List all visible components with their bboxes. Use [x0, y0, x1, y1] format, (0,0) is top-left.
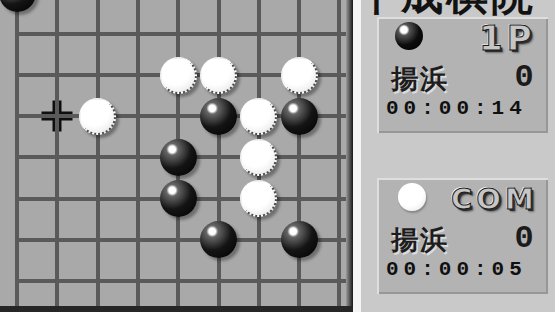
grid-line-vertical — [55, 0, 59, 306]
grid-line-vertical — [337, 0, 341, 306]
grid-line-vertical — [15, 0, 19, 306]
white-stone — [160, 57, 197, 94]
black-stone — [281, 98, 318, 135]
black-stone-icon — [395, 22, 423, 50]
captures-label-com: 揚浜 — [391, 222, 449, 258]
game-title-text: 平成棋院 — [356, 0, 555, 16]
captures-count-com: 0 — [512, 220, 536, 257]
grid-line-vertical — [217, 0, 221, 306]
black-stone — [281, 221, 318, 258]
board-right-highlight — [353, 0, 361, 312]
black-stone — [200, 221, 237, 258]
white-stone — [240, 180, 277, 217]
grid-line-vertical — [297, 0, 301, 306]
white-stone — [240, 98, 277, 135]
game-screen: 平成棋院 1P 揚浜 0 00:00:14 COM 揚浜 0 00:00:05 — [0, 0, 555, 312]
black-stone — [0, 0, 36, 12]
player-label-1p: 1P — [479, 18, 536, 58]
captures-count-1p: 0 — [512, 59, 536, 96]
timer-1p: 00:00:14 — [386, 97, 527, 120]
timer-com: 00:00:05 — [386, 258, 527, 281]
grid-line-horizontal — [15, 279, 346, 283]
grid-line-vertical — [136, 0, 140, 306]
black-stone — [200, 98, 237, 135]
player-panel-com: COM 揚浜 0 00:00:05 — [377, 178, 548, 294]
white-stone — [240, 139, 277, 176]
player-label-com: COM — [451, 182, 538, 216]
white-stone — [200, 57, 237, 94]
black-stone — [160, 180, 197, 217]
white-stone-icon — [398, 183, 426, 211]
go-board[interactable] — [0, 0, 346, 312]
black-stone — [160, 139, 197, 176]
player-panel-1p: 1P 揚浜 0 00:00:14 — [377, 17, 548, 133]
grid-line-vertical — [96, 0, 100, 306]
board-bottom-edge — [0, 306, 353, 312]
captures-label-1p: 揚浜 — [391, 61, 449, 97]
board-right-edge — [346, 0, 353, 312]
white-stone — [79, 98, 116, 135]
grid-line-horizontal — [15, 32, 346, 36]
white-stone — [281, 57, 318, 94]
